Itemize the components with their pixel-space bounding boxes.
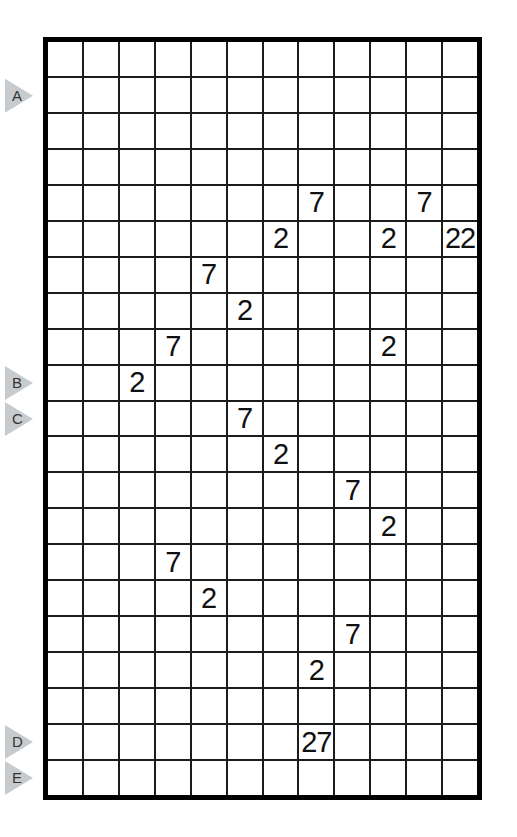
cell-r12c10[interactable] <box>371 437 405 471</box>
cell-r15c6[interactable] <box>228 545 262 579</box>
cell-r3c11[interactable] <box>407 114 441 148</box>
cell-r18c4[interactable] <box>156 653 190 687</box>
cell-r17c1[interactable] <box>48 617 82 651</box>
cell-r11c2[interactable] <box>84 402 118 436</box>
cell-r11c4[interactable] <box>156 402 190 436</box>
cell-r1c2[interactable] <box>84 42 118 76</box>
cell-r4c5[interactable] <box>192 150 226 184</box>
cell-r11c9[interactable] <box>335 402 369 436</box>
cell-r7c4[interactable] <box>156 258 190 292</box>
cell-r2c1[interactable] <box>48 78 82 112</box>
cell-r5c9[interactable] <box>335 186 369 220</box>
cell-r9c8[interactable] <box>299 330 333 364</box>
cell-r16c10[interactable] <box>371 581 405 615</box>
cell-r18c1[interactable] <box>48 653 82 687</box>
cell-r17c2[interactable] <box>84 617 118 651</box>
row-marker-B: B <box>5 366 33 400</box>
cell-r13c4[interactable] <box>156 473 190 507</box>
cell-r4c12[interactable] <box>443 150 477 184</box>
cell-r6c2[interactable] <box>84 222 118 256</box>
cell-r18c5[interactable] <box>192 653 226 687</box>
cell-r18c11[interactable] <box>407 653 441 687</box>
cell-r19c2[interactable] <box>84 689 118 723</box>
cell-r6c5[interactable] <box>192 222 226 256</box>
cell-r20c3[interactable] <box>120 725 154 759</box>
cell-r6c8[interactable] <box>299 222 333 256</box>
cell-r11c12[interactable] <box>443 402 477 436</box>
cell-r1c12[interactable] <box>443 42 477 76</box>
cell-r8c7[interactable] <box>264 294 298 328</box>
cell-r5c4[interactable] <box>156 186 190 220</box>
cell-r15c7[interactable] <box>264 545 298 579</box>
cell-r7c6[interactable] <box>228 258 262 292</box>
cell-r12c12[interactable] <box>443 437 477 471</box>
row-marker-letter: D <box>12 733 23 750</box>
cell-r11c3[interactable] <box>120 402 154 436</box>
cell-r12c11[interactable] <box>407 437 441 471</box>
cell-r1c4[interactable] <box>156 42 190 76</box>
clue-cell-r7c5[interactable]: 7 <box>192 258 226 292</box>
cell-r5c5[interactable] <box>192 186 226 220</box>
cell-r9c5[interactable] <box>192 330 226 364</box>
cell-r16c7[interactable] <box>264 581 298 615</box>
cell-r16c12[interactable] <box>443 581 477 615</box>
cell-r18c9[interactable] <box>335 653 369 687</box>
cell-r17c4[interactable] <box>156 617 190 651</box>
cell-r8c10[interactable] <box>371 294 405 328</box>
cell-r17c11[interactable] <box>407 617 441 651</box>
cell-r13c5[interactable] <box>192 473 226 507</box>
cell-r18c10[interactable] <box>371 653 405 687</box>
cell-r12c9[interactable] <box>335 437 369 471</box>
cell-r19c10[interactable] <box>371 689 405 723</box>
cell-r14c7[interactable] <box>264 509 298 543</box>
cell-r14c2[interactable] <box>84 509 118 543</box>
cell-r7c3[interactable] <box>120 258 154 292</box>
cell-r2c3[interactable] <box>120 78 154 112</box>
clue-cell-r9c10[interactable]: 2 <box>371 330 405 364</box>
cell-r21c2[interactable] <box>84 761 118 795</box>
cell-r14c8[interactable] <box>299 509 333 543</box>
cell-r19c9[interactable] <box>335 689 369 723</box>
cell-r21c7[interactable] <box>264 761 298 795</box>
cell-r17c6[interactable] <box>228 617 262 651</box>
cell-r13c10[interactable] <box>371 473 405 507</box>
cell-r16c8[interactable] <box>299 581 333 615</box>
cell-r20c12[interactable] <box>443 725 477 759</box>
cell-r10c4[interactable] <box>156 366 190 400</box>
cell-r21c12[interactable] <box>443 761 477 795</box>
cell-r3c10[interactable] <box>371 114 405 148</box>
cell-r6c6[interactable] <box>228 222 262 256</box>
cell-r2c10[interactable] <box>371 78 405 112</box>
cell-r3c3[interactable] <box>120 114 154 148</box>
cell-r2c9[interactable] <box>335 78 369 112</box>
cell-r17c8[interactable] <box>299 617 333 651</box>
cell-r10c12[interactable] <box>443 366 477 400</box>
cell-r21c8[interactable] <box>299 761 333 795</box>
clue-cell-r5c11[interactable]: 7 <box>407 186 441 220</box>
page: 772222727227272727227 ABCDE <box>0 0 517 837</box>
cell-r8c8[interactable] <box>299 294 333 328</box>
cell-r19c7[interactable] <box>264 689 298 723</box>
cell-r5c10[interactable] <box>371 186 405 220</box>
cell-r4c8[interactable] <box>299 150 333 184</box>
row-marker-letter: A <box>12 87 22 104</box>
cell-r7c11[interactable] <box>407 258 441 292</box>
cell-r19c4[interactable] <box>156 689 190 723</box>
cell-r8c9[interactable] <box>335 294 369 328</box>
cell-r8c1[interactable] <box>48 294 82 328</box>
cell-r1c11[interactable] <box>407 42 441 76</box>
cell-r10c7[interactable] <box>264 366 298 400</box>
cell-r4c4[interactable] <box>156 150 190 184</box>
cell-r18c7[interactable] <box>264 653 298 687</box>
cell-r14c11[interactable] <box>407 509 441 543</box>
cell-r16c4[interactable] <box>156 581 190 615</box>
cell-r6c4[interactable] <box>156 222 190 256</box>
clue-cell-r11c6[interactable]: 7 <box>228 402 262 436</box>
cell-r13c8[interactable] <box>299 473 333 507</box>
cell-r1c6[interactable] <box>228 42 262 76</box>
cell-r3c2[interactable] <box>84 114 118 148</box>
cell-r20c9[interactable] <box>335 725 369 759</box>
cell-r16c6[interactable] <box>228 581 262 615</box>
cell-r12c2[interactable] <box>84 437 118 471</box>
cell-r13c12[interactable] <box>443 473 477 507</box>
cell-r5c2[interactable] <box>84 186 118 220</box>
cell-r10c6[interactable] <box>228 366 262 400</box>
clue-cell-r6c12[interactable]: 22 <box>443 222 477 256</box>
clue-cell-r15c4[interactable]: 7 <box>156 545 190 579</box>
cell-r15c12[interactable] <box>443 545 477 579</box>
puzzle-board: 772222727227272727227 <box>43 37 482 800</box>
cell-r5c6[interactable] <box>228 186 262 220</box>
cell-r11c7[interactable] <box>264 402 298 436</box>
cell-r12c6[interactable] <box>228 437 262 471</box>
cell-r15c10[interactable] <box>371 545 405 579</box>
row-marker-letter: B <box>12 374 22 391</box>
cell-r4c11[interactable] <box>407 150 441 184</box>
cell-r16c11[interactable] <box>407 581 441 615</box>
clue-cell-r8c6[interactable]: 2 <box>228 294 262 328</box>
cell-r11c11[interactable] <box>407 402 441 436</box>
cell-r18c2[interactable] <box>84 653 118 687</box>
cell-r5c3[interactable] <box>120 186 154 220</box>
cell-r3c7[interactable] <box>264 114 298 148</box>
cell-r3c5[interactable] <box>192 114 226 148</box>
cell-r21c5[interactable] <box>192 761 226 795</box>
cell-r6c9[interactable] <box>335 222 369 256</box>
cell-r15c1[interactable] <box>48 545 82 579</box>
cell-r10c9[interactable] <box>335 366 369 400</box>
cell-r6c1[interactable] <box>48 222 82 256</box>
cell-r14c5[interactable] <box>192 509 226 543</box>
cell-r19c8[interactable] <box>299 689 333 723</box>
clue-cell-r10c3[interactable]: 2 <box>120 366 154 400</box>
cell-r9c3[interactable] <box>120 330 154 364</box>
cell-r2c2[interactable] <box>84 78 118 112</box>
cell-r7c9[interactable] <box>335 258 369 292</box>
cell-r4c10[interactable] <box>371 150 405 184</box>
clue-cell-r18c8[interactable]: 2 <box>299 653 333 687</box>
cell-r1c7[interactable] <box>264 42 298 76</box>
cell-r10c2[interactable] <box>84 366 118 400</box>
cell-r14c9[interactable] <box>335 509 369 543</box>
cell-r13c11[interactable] <box>407 473 441 507</box>
cell-r13c6[interactable] <box>228 473 262 507</box>
cell-r15c9[interactable] <box>335 545 369 579</box>
cell-r4c2[interactable] <box>84 150 118 184</box>
cell-r20c10[interactable] <box>371 725 405 759</box>
cell-r10c5[interactable] <box>192 366 226 400</box>
cell-r8c11[interactable] <box>407 294 441 328</box>
cell-r14c3[interactable] <box>120 509 154 543</box>
cell-r19c5[interactable] <box>192 689 226 723</box>
cell-r21c11[interactable] <box>407 761 441 795</box>
clue-cell-r6c10[interactable]: 2 <box>371 222 405 256</box>
cell-r21c9[interactable] <box>335 761 369 795</box>
row-marker-E: E <box>5 761 33 795</box>
cell-r21c3[interactable] <box>120 761 154 795</box>
cell-r8c12[interactable] <box>443 294 477 328</box>
cell-r15c3[interactable] <box>120 545 154 579</box>
clue-cell-r12c7[interactable]: 2 <box>264 437 298 471</box>
cell-r7c12[interactable] <box>443 258 477 292</box>
cell-r14c6[interactable] <box>228 509 262 543</box>
cell-r2c11[interactable] <box>407 78 441 112</box>
clue-cell-r16c5[interactable]: 2 <box>192 581 226 615</box>
cell-r19c6[interactable] <box>228 689 262 723</box>
cell-r11c5[interactable] <box>192 402 226 436</box>
cell-r4c3[interactable] <box>120 150 154 184</box>
cell-r19c11[interactable] <box>407 689 441 723</box>
cell-r11c10[interactable] <box>371 402 405 436</box>
cell-r17c7[interactable] <box>264 617 298 651</box>
cell-r1c5[interactable] <box>192 42 226 76</box>
cell-r10c10[interactable] <box>371 366 405 400</box>
cell-r8c5[interactable] <box>192 294 226 328</box>
cell-r7c1[interactable] <box>48 258 82 292</box>
cell-r10c8[interactable] <box>299 366 333 400</box>
row-marker-C: C <box>5 402 33 436</box>
cell-r21c1[interactable] <box>48 761 82 795</box>
cell-r3c12[interactable] <box>443 114 477 148</box>
cell-r12c1[interactable] <box>48 437 82 471</box>
cell-r17c5[interactable] <box>192 617 226 651</box>
cell-r20c2[interactable] <box>84 725 118 759</box>
cell-r17c3[interactable] <box>120 617 154 651</box>
cell-r4c9[interactable] <box>335 150 369 184</box>
cell-r12c4[interactable] <box>156 437 190 471</box>
cell-r3c8[interactable] <box>299 114 333 148</box>
cell-r17c12[interactable] <box>443 617 477 651</box>
cell-r13c7[interactable] <box>264 473 298 507</box>
cell-r6c3[interactable] <box>120 222 154 256</box>
cell-r8c4[interactable] <box>156 294 190 328</box>
cell-r15c2[interactable] <box>84 545 118 579</box>
cell-r3c1[interactable] <box>48 114 82 148</box>
cell-r12c8[interactable] <box>299 437 333 471</box>
cell-r21c10[interactable] <box>371 761 405 795</box>
cell-r20c11[interactable] <box>407 725 441 759</box>
cell-r8c3[interactable] <box>120 294 154 328</box>
cell-r20c7[interactable] <box>264 725 298 759</box>
cell-r19c1[interactable] <box>48 689 82 723</box>
cell-r20c5[interactable] <box>192 725 226 759</box>
cell-r9c7[interactable] <box>264 330 298 364</box>
row-marker-D: D <box>5 725 33 759</box>
cell-r3c6[interactable] <box>228 114 262 148</box>
cell-r13c3[interactable] <box>120 473 154 507</box>
cell-r9c6[interactable] <box>228 330 262 364</box>
row-marker-A: A <box>5 79 33 113</box>
cell-r19c12[interactable] <box>443 689 477 723</box>
cell-r5c1[interactable] <box>48 186 82 220</box>
cell-r20c4[interactable] <box>156 725 190 759</box>
clue-cell-r17c9[interactable]: 7 <box>335 617 369 651</box>
cell-r21c4[interactable] <box>156 761 190 795</box>
cell-r16c1[interactable] <box>48 581 82 615</box>
cell-r15c11[interactable] <box>407 545 441 579</box>
cell-r16c2[interactable] <box>84 581 118 615</box>
cell-r4c6[interactable] <box>228 150 262 184</box>
cell-r2c8[interactable] <box>299 78 333 112</box>
cell-r12c3[interactable] <box>120 437 154 471</box>
clue-cell-r14c10[interactable]: 2 <box>371 509 405 543</box>
cell-r13c2[interactable] <box>84 473 118 507</box>
cell-r3c9[interactable] <box>335 114 369 148</box>
cell-r7c8[interactable] <box>299 258 333 292</box>
cell-r9c1[interactable] <box>48 330 82 364</box>
cell-r11c1[interactable] <box>48 402 82 436</box>
cell-r2c5[interactable] <box>192 78 226 112</box>
cell-r2c7[interactable] <box>264 78 298 112</box>
cell-r3c4[interactable] <box>156 114 190 148</box>
cell-r15c8[interactable] <box>299 545 333 579</box>
cell-r1c8[interactable] <box>299 42 333 76</box>
cell-r9c12[interactable] <box>443 330 477 364</box>
cell-r5c12[interactable] <box>443 186 477 220</box>
cell-r4c1[interactable] <box>48 150 82 184</box>
cell-r14c1[interactable] <box>48 509 82 543</box>
cell-r16c3[interactable] <box>120 581 154 615</box>
cell-r2c4[interactable] <box>156 78 190 112</box>
cell-r14c4[interactable] <box>156 509 190 543</box>
cell-r7c10[interactable] <box>371 258 405 292</box>
clue-cell-r13c9[interactable]: 7 <box>335 473 369 507</box>
cell-r1c1[interactable] <box>48 42 82 76</box>
row-marker-letter: E <box>12 769 22 786</box>
cell-r12c5[interactable] <box>192 437 226 471</box>
cell-r17c10[interactable] <box>371 617 405 651</box>
cell-r18c3[interactable] <box>120 653 154 687</box>
cell-r19c3[interactable] <box>120 689 154 723</box>
cell-r7c7[interactable] <box>264 258 298 292</box>
cell-r16c9[interactable] <box>335 581 369 615</box>
cell-r18c12[interactable] <box>443 653 477 687</box>
cell-r15c5[interactable] <box>192 545 226 579</box>
cell-r9c11[interactable] <box>407 330 441 364</box>
cell-r6c11[interactable] <box>407 222 441 256</box>
clue-cell-r5c8[interactable]: 7 <box>299 186 333 220</box>
clue-cell-r9c4[interactable]: 7 <box>156 330 190 364</box>
clue-cell-r6c7[interactable]: 2 <box>264 222 298 256</box>
cell-r13c1[interactable] <box>48 473 82 507</box>
cell-r5c7[interactable] <box>264 186 298 220</box>
cell-r9c9[interactable] <box>335 330 369 364</box>
cell-r1c10[interactable] <box>371 42 405 76</box>
cell-r1c3[interactable] <box>120 42 154 76</box>
cell-r1c9[interactable] <box>335 42 369 76</box>
row-marker-letter: C <box>12 410 23 427</box>
cell-r2c6[interactable] <box>228 78 262 112</box>
cell-r7c2[interactable] <box>84 258 118 292</box>
cell-r2c12[interactable] <box>443 78 477 112</box>
cell-r10c1[interactable] <box>48 366 82 400</box>
cell-r8c2[interactable] <box>84 294 118 328</box>
cell-r4c7[interactable] <box>264 150 298 184</box>
cell-r21c6[interactable] <box>228 761 262 795</box>
cell-r9c2[interactable] <box>84 330 118 364</box>
cell-r14c12[interactable] <box>443 509 477 543</box>
clue-cell-r20c8[interactable]: 27 <box>299 725 333 759</box>
cell-r20c6[interactable] <box>228 725 262 759</box>
cell-r10c11[interactable] <box>407 366 441 400</box>
cell-r20c1[interactable] <box>48 725 82 759</box>
cell-r11c8[interactable] <box>299 402 333 436</box>
cell-r18c6[interactable] <box>228 653 262 687</box>
